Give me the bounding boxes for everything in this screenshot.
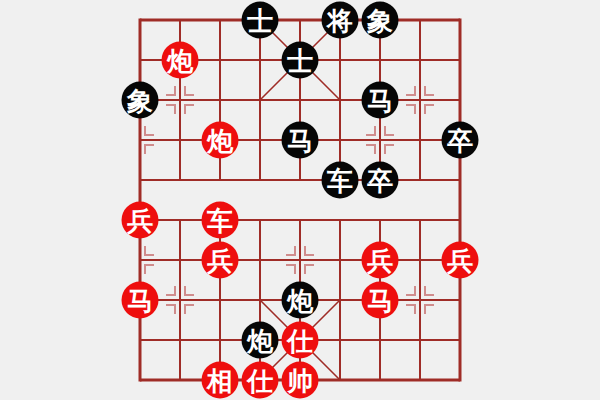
piece-red-horse[interactable]: 马	[362, 282, 399, 319]
piece-black-cannon[interactable]: 炮	[282, 282, 319, 319]
piece-red-elephant[interactable]: 相	[202, 362, 239, 399]
piece-black-soldier[interactable]: 卒	[442, 122, 479, 159]
piece-black-soldier[interactable]: 卒	[362, 162, 399, 199]
piece-red-advisor[interactable]: 仕	[282, 322, 319, 359]
piece-black-cannon[interactable]: 炮	[242, 322, 279, 359]
piece-red-cannon[interactable]: 炮	[202, 122, 239, 159]
piece-red-horse[interactable]: 马	[122, 282, 159, 319]
piece-black-chariot[interactable]: 车	[322, 162, 359, 199]
pieces-layer: 士将象炮士象马炮马卒车卒兵车兵兵兵马炮马炮仕相仕帅	[0, 0, 600, 400]
piece-red-soldier[interactable]: 兵	[202, 242, 239, 279]
piece-red-soldier[interactable]: 兵	[442, 242, 479, 279]
piece-black-general[interactable]: 将	[322, 2, 359, 39]
piece-red-advisor[interactable]: 仕	[242, 362, 279, 399]
piece-red-general[interactable]: 帅	[282, 362, 319, 399]
piece-black-advisor[interactable]: 士	[282, 42, 319, 79]
piece-black-horse[interactable]: 马	[282, 122, 319, 159]
xiangqi-app-canvas: 士将象炮士象马炮马卒车卒兵车兵兵兵马炮马炮仕相仕帅	[0, 0, 600, 400]
piece-black-elephant[interactable]: 象	[362, 2, 399, 39]
piece-red-chariot[interactable]: 车	[202, 202, 239, 239]
piece-red-cannon[interactable]: 炮	[162, 42, 199, 79]
piece-black-advisor[interactable]: 士	[242, 2, 279, 39]
piece-black-elephant[interactable]: 象	[122, 82, 159, 119]
piece-black-horse[interactable]: 马	[362, 82, 399, 119]
piece-red-soldier[interactable]: 兵	[362, 242, 399, 279]
piece-red-soldier[interactable]: 兵	[122, 202, 159, 239]
